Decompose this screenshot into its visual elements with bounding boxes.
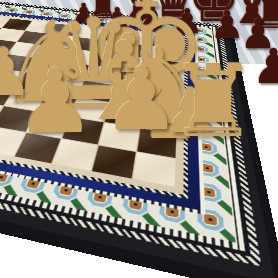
white-rook-h[interactable]: ♜	[168, 52, 258, 152]
white-pawn-d[interactable]: ♟	[16, 58, 95, 146]
chessboard-photo: ♜♝♛♚♝♜♟♟♟♟♟♟♟♚♛♞♝♞♟♟♟♟♟♜	[0, 0, 278, 278]
black-pawn-5[interactable]: ♟	[210, 6, 244, 44]
